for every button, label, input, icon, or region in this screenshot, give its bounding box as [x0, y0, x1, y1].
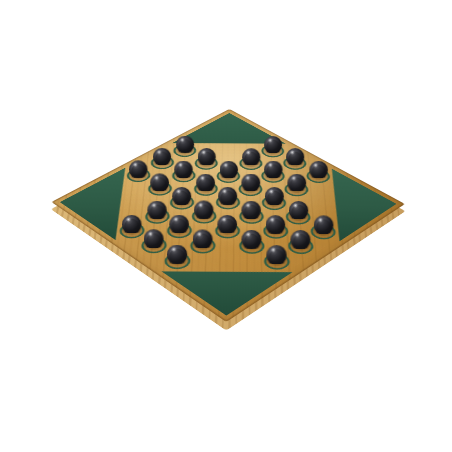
marble-r5c3[interactable]: ● — [172, 187, 191, 206]
solitaire-board: ●●●●●●●●●●●●●●●●●●●●●●●●●●●●●●●●● — [51, 109, 405, 322]
cell-r1c7 — [344, 190, 391, 218]
product-photo-scene: ●●●●●●●●●●●●●●●●●●●●●●●●●●●●●●●●● — [0, 0, 452, 452]
marble-r4c3[interactable]: ● — [196, 174, 215, 193]
marble-r6c3[interactable]: ● — [147, 200, 166, 219]
marble-r7c3[interactable]: ● — [122, 214, 142, 234]
marble-glyph: ● — [150, 173, 169, 192]
hole-grid: ●●●●●●●●●●●●●●●●●●●●●●●●●●●●●●●●● — [66, 116, 391, 312]
marble-glyph: ● — [147, 200, 166, 219]
marble-glyph: ● — [196, 174, 215, 193]
perspective-wrapper: ●●●●●●●●●●●●●●●●●●●●●●●●●●●●●●●●● — [0, 0, 452, 452]
marble-glyph: ● — [122, 214, 142, 234]
cell-r6c1 — [91, 176, 137, 203]
marble-r5c2[interactable]: ● — [150, 173, 169, 192]
marble-glyph: ● — [172, 187, 191, 206]
